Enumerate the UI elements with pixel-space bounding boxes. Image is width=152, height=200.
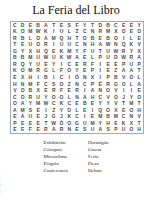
word-search-grid: CDEBATESFYTDBCEEYKOMWKIULZCNRMXOEORBLOAM… xyxy=(10,21,144,134)
word-item: Hormigón xyxy=(88,139,109,146)
word-list: ExhibiciónColoquioMicroclimaPérgolaConfe… xyxy=(0,139,152,174)
grid-cell-r17c16: O xyxy=(127,126,135,133)
grid-cell-r17c11: U xyxy=(89,126,97,133)
grid-cell-r17c17: H xyxy=(135,126,143,133)
word-item: Microclima xyxy=(44,153,68,160)
word-item: Feria xyxy=(88,153,109,160)
watermark-text: Edhelper.com xyxy=(0,173,1,194)
word-item: Exhibición xyxy=(44,139,68,146)
word-item: Caseta xyxy=(88,146,109,153)
grid-cell-r17c12: A xyxy=(96,126,104,133)
grid-cell-r17c13: S xyxy=(104,126,112,133)
word-item: Pieza xyxy=(88,160,109,167)
grid-cell-r17c3: F xyxy=(27,126,35,133)
grid-cell-r17c6: A xyxy=(50,126,58,133)
word-item: Debate xyxy=(88,167,109,174)
word-list-right: HormigónCasetaFeriaPiezaDebate xyxy=(88,139,109,174)
grid-cell-r17c9: E xyxy=(73,126,81,133)
grid-cell-r17c7: R xyxy=(58,126,66,133)
grid-cell-r17c1: E xyxy=(11,126,19,133)
grid-cell-r17c5: R xyxy=(42,126,50,133)
grid-cell-r17c14: P xyxy=(112,126,120,133)
grid-cell-r17c2: E xyxy=(19,126,27,133)
word-item: Pérgola xyxy=(44,160,68,167)
grid-cell-r17c15: U xyxy=(120,126,128,133)
grid-cell-r17c4: E xyxy=(34,126,42,133)
word-item: Coloquio xyxy=(44,146,68,153)
grid-cell-r17c8: N xyxy=(65,126,73,133)
page-title: La Feria del Libro xyxy=(0,3,152,18)
word-list-left: ExhibiciónColoquioMicroclimaPérgolaConfe… xyxy=(44,139,68,174)
word-item: Conferencia xyxy=(44,167,68,174)
grid-cell-r17c10: S xyxy=(81,126,89,133)
